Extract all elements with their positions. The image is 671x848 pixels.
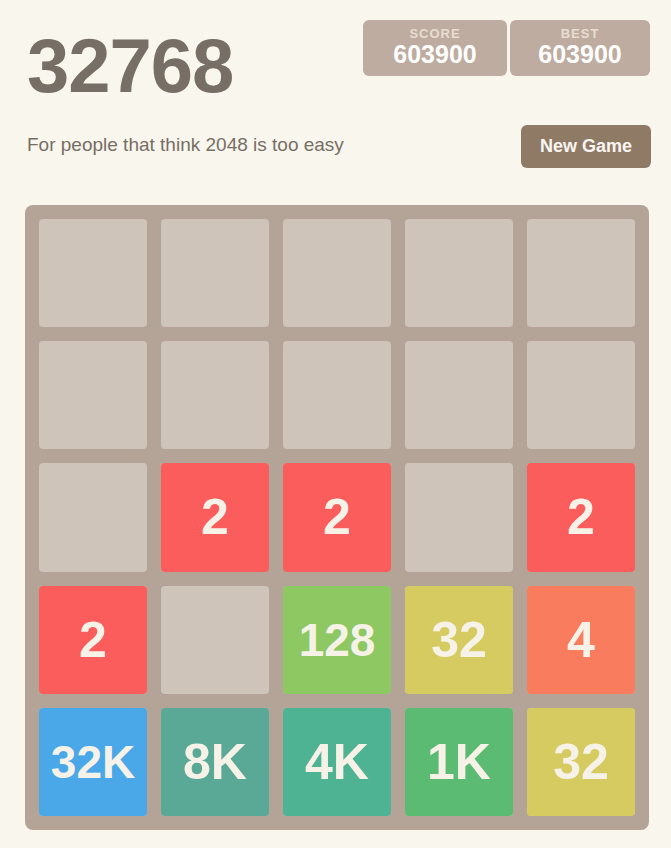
tile-2: 2 [283,463,391,571]
board-cell-r1c0 [39,341,147,449]
board-cell-r3c0: 2 [39,586,147,694]
board-cell-r4c3: 1K [405,708,513,816]
score-label: SCORE [409,27,460,40]
tile-2: 2 [39,586,147,694]
board-cell-r0c0 [39,219,147,327]
tile-1024: 1K [405,708,513,816]
board-cell-r3c1 [161,586,269,694]
tile-2: 2 [161,463,269,571]
tile-4096: 4K [283,708,391,816]
board-cell-r3c2: 128 [283,586,391,694]
board-cell-r0c1 [161,219,269,327]
best-score-box: BEST 603900 [510,20,650,76]
tile-128: 128 [283,586,391,694]
board-cell-r0c4 [527,219,635,327]
board-cell-r1c2 [283,341,391,449]
board-cell-r1c1 [161,341,269,449]
board-cell-r4c4: 32 [527,708,635,816]
tile-8192: 8K [161,708,269,816]
tagline: For people that think 2048 is too easy [27,134,344,156]
tile-32768: 32K [39,708,147,816]
new-game-button[interactable]: New Game [521,125,651,168]
board-cell-r4c0: 32K [39,708,147,816]
board-cell-r2c4: 2 [527,463,635,571]
score-value: 603900 [393,41,476,69]
board-cell-r0c3 [405,219,513,327]
tile-32: 32 [527,708,635,816]
tile-2: 2 [527,463,635,571]
page-title: 32768 [27,28,233,104]
tile-32: 32 [405,586,513,694]
board-cell-r1c4 [527,341,635,449]
board-cell-r1c3 [405,341,513,449]
board-cell-r2c2: 2 [283,463,391,571]
game-board[interactable]: 222212832432K8K4K1K32 [25,205,649,830]
board-cell-r3c4: 4 [527,586,635,694]
score-box: SCORE 603900 [363,20,507,76]
tile-4: 4 [527,586,635,694]
board-cell-r4c2: 4K [283,708,391,816]
board-cell-r0c2 [283,219,391,327]
board-cell-r3c3: 32 [405,586,513,694]
best-value: 603900 [538,41,621,69]
board-cell-r4c1: 8K [161,708,269,816]
board-cell-r2c1: 2 [161,463,269,571]
board-cell-r2c0 [39,463,147,571]
board-cell-r2c3 [405,463,513,571]
game-page: 32768 SCORE 603900 BEST 603900 For peopl… [0,0,671,848]
best-label: BEST [561,27,600,40]
